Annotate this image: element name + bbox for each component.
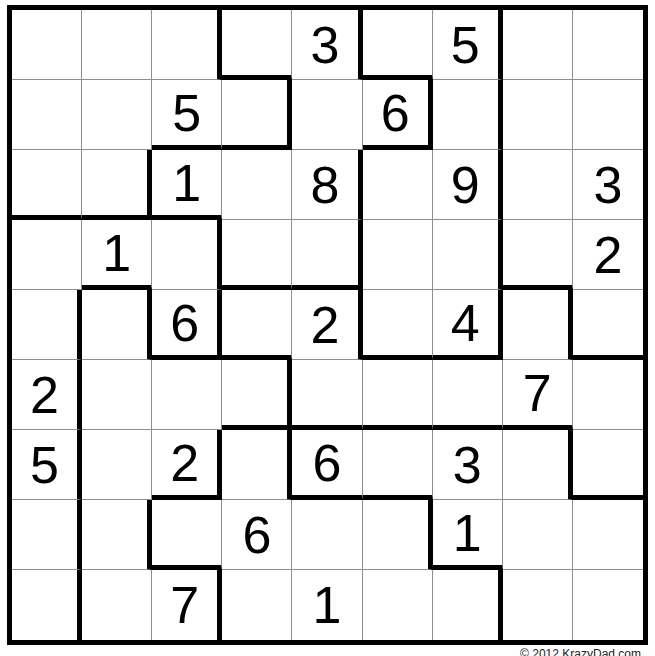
cell-r8c9[interactable] (573, 500, 643, 570)
cell-r2c6: 6 (363, 80, 433, 150)
cell-r7c7: 3 (433, 430, 503, 500)
cell-r9c5: 1 (292, 570, 362, 640)
cell-r8c4: 6 (222, 500, 292, 570)
cell-r3c1[interactable] (12, 150, 82, 220)
cell-r2c8[interactable] (503, 80, 573, 150)
cell-r6c7[interactable] (433, 360, 503, 430)
cell-r3c7: 9 (433, 150, 503, 220)
cell-r8c7: 1 (433, 500, 503, 570)
cell-r3c6[interactable] (363, 150, 433, 220)
cell-r9c1[interactable] (12, 570, 82, 640)
cell-r8c1[interactable] (12, 500, 82, 570)
sudoku-board: 35561893126242752636171 (7, 5, 648, 645)
cell-r5c9[interactable] (573, 290, 643, 360)
cell-r8c8[interactable] (503, 500, 573, 570)
cell-r4c4[interactable] (222, 220, 292, 290)
cell-r1c1[interactable] (12, 10, 82, 80)
cell-r1c2[interactable] (82, 10, 152, 80)
cell-r4c9: 2 (573, 220, 643, 290)
cell-r3c3: 1 (152, 150, 222, 220)
cell-r1c7: 5 (433, 10, 503, 80)
cell-r6c3[interactable] (152, 360, 222, 430)
cell-r2c3: 5 (152, 80, 222, 150)
copyright-text: © 2012 KrazyDad.com (520, 647, 641, 656)
cell-r2c1[interactable] (12, 80, 82, 150)
cell-r7c9[interactable] (573, 430, 643, 500)
cell-r9c6[interactable] (363, 570, 433, 640)
cell-r9c7[interactable] (433, 570, 503, 640)
cell-r7c3: 2 (152, 430, 222, 500)
cell-r1c4[interactable] (222, 10, 292, 80)
cell-r6c6[interactable] (363, 360, 433, 430)
cell-r9c8[interactable] (503, 570, 573, 640)
cell-r2c5[interactable] (292, 80, 362, 150)
cell-r9c4[interactable] (222, 570, 292, 640)
cell-r3c5: 8 (292, 150, 362, 220)
cell-r1c8[interactable] (503, 10, 573, 80)
cell-r6c4[interactable] (222, 360, 292, 430)
cell-r5c8[interactable] (503, 290, 573, 360)
cell-r4c3[interactable] (152, 220, 222, 290)
cell-r5c4[interactable] (222, 290, 292, 360)
cell-r8c6[interactable] (363, 500, 433, 570)
cell-r2c7[interactable] (433, 80, 503, 150)
cell-r4c8[interactable] (503, 220, 573, 290)
cell-r2c2[interactable] (82, 80, 152, 150)
cell-r2c9[interactable] (573, 80, 643, 150)
cell-r5c3: 6 (152, 290, 222, 360)
cell-r1c9[interactable] (573, 10, 643, 80)
cell-r8c2[interactable] (82, 500, 152, 570)
cell-r8c5[interactable] (292, 500, 362, 570)
cell-r5c7: 4 (433, 290, 503, 360)
cell-r3c9: 3 (573, 150, 643, 220)
cell-r4c5[interactable] (292, 220, 362, 290)
cell-r3c2[interactable] (82, 150, 152, 220)
cell-r5c6[interactable] (363, 290, 433, 360)
cell-r1c5: 3 (292, 10, 362, 80)
cell-r7c5: 6 (292, 430, 362, 500)
cell-r1c6[interactable] (363, 10, 433, 80)
cell-r3c8[interactable] (503, 150, 573, 220)
cell-r6c1: 2 (12, 360, 82, 430)
cell-r6c2[interactable] (82, 360, 152, 430)
cell-r5c2[interactable] (82, 290, 152, 360)
cell-r4c2: 1 (82, 220, 152, 290)
cell-r7c1: 5 (12, 430, 82, 500)
cell-r4c1[interactable] (12, 220, 82, 290)
cell-r5c5: 2 (292, 290, 362, 360)
cell-r4c7[interactable] (433, 220, 503, 290)
cell-r6c9[interactable] (573, 360, 643, 430)
puzzle-page: 35561893126242752636171 © 2012 KrazyDad.… (0, 0, 655, 656)
cell-r7c6[interactable] (363, 430, 433, 500)
cell-r6c8: 7 (503, 360, 573, 430)
cell-r2c4[interactable] (222, 80, 292, 150)
cell-r7c8[interactable] (503, 430, 573, 500)
cell-r9c2[interactable] (82, 570, 152, 640)
cell-r8c3[interactable] (152, 500, 222, 570)
cell-r9c9[interactable] (573, 570, 643, 640)
cell-r7c4[interactable] (222, 430, 292, 500)
cell-r4c6[interactable] (363, 220, 433, 290)
cell-r5c1[interactable] (12, 290, 82, 360)
cell-r3c4[interactable] (222, 150, 292, 220)
cell-r9c3: 7 (152, 570, 222, 640)
cell-r1c3[interactable] (152, 10, 222, 80)
cell-r6c5[interactable] (292, 360, 362, 430)
cell-r7c2[interactable] (82, 430, 152, 500)
